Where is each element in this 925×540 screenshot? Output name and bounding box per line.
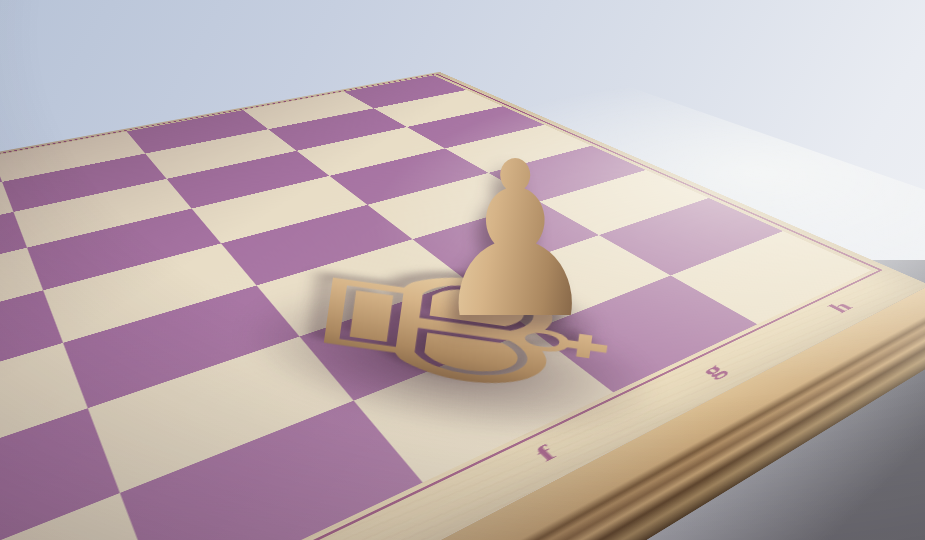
square-f1: [354, 330, 613, 482]
square-d2: [0, 408, 120, 540]
square-e1: [120, 400, 424, 540]
square-e2: [88, 336, 354, 492]
file-label-g: g: [694, 360, 731, 382]
file-label-f: f: [529, 441, 562, 466]
square-d3: [0, 343, 88, 504]
square-d4: [0, 290, 63, 416]
perspective-container: hgfedcba: [0, 0, 925, 540]
square-d1: [0, 493, 163, 540]
board-top-face: hgfedcba: [0, 72, 925, 540]
chessboard: hgfedcba: [0, 72, 925, 540]
chessboard-photo-scene: hgfedcba ♚ ♟: [0, 0, 925, 540]
